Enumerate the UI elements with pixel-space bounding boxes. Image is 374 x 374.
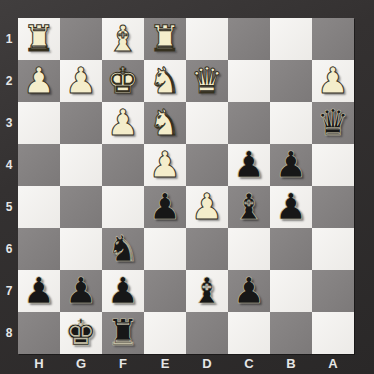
square-c2[interactable]: [228, 60, 270, 102]
black-pawn[interactable]: ♟: [107, 270, 139, 312]
rank-label-7: 7: [0, 270, 18, 312]
rank-label-4: 4: [0, 144, 18, 186]
square-c8[interactable]: [228, 312, 270, 354]
chess-board: ♜♝♜♟♟♚♞♛♟♟♞♛♟♟♟♟♟♝♟♞♟♟♟♝♟♚♜: [18, 18, 354, 354]
file-label-f: F: [102, 354, 144, 374]
square-g7[interactable]: ♟: [60, 270, 102, 312]
file-labels: HGFEDCBA: [18, 354, 354, 374]
square-b1[interactable]: [270, 18, 312, 60]
square-e1[interactable]: ♜: [144, 18, 186, 60]
chess-board-window: 12345678 ♜♝♜♟♟♚♞♛♟♟♞♛♟♟♟♟♟♝♟♞♟♟♟♝♟♚♜ HGF…: [0, 0, 374, 374]
file-label-b: B: [270, 354, 312, 374]
square-h7[interactable]: ♟: [18, 270, 60, 312]
square-a8[interactable]: [312, 312, 354, 354]
white-pawn[interactable]: ♟: [65, 60, 97, 102]
square-b4[interactable]: ♟: [270, 144, 312, 186]
square-b7[interactable]: [270, 270, 312, 312]
white-queen[interactable]: ♛: [191, 60, 223, 102]
white-pawn[interactable]: ♟: [23, 60, 55, 102]
file-label-g: G: [60, 354, 102, 374]
square-h8[interactable]: [18, 312, 60, 354]
white-knight[interactable]: ♞: [149, 60, 181, 102]
black-queen[interactable]: ♛: [317, 102, 349, 144]
black-pawn[interactable]: ♟: [233, 144, 265, 186]
square-a3[interactable]: ♛: [312, 102, 354, 144]
square-g3[interactable]: [60, 102, 102, 144]
rank-label-8: 8: [0, 312, 18, 354]
black-bishop[interactable]: ♝: [233, 186, 265, 228]
square-c3[interactable]: [228, 102, 270, 144]
rank-label-6: 6: [0, 228, 18, 270]
square-e6[interactable]: [144, 228, 186, 270]
square-h2[interactable]: ♟: [18, 60, 60, 102]
square-d1[interactable]: [186, 18, 228, 60]
square-b5[interactable]: ♟: [270, 186, 312, 228]
white-king[interactable]: ♚: [107, 60, 139, 102]
square-f3[interactable]: ♟: [102, 102, 144, 144]
square-g2[interactable]: ♟: [60, 60, 102, 102]
square-d5[interactable]: ♟: [186, 186, 228, 228]
square-b8[interactable]: [270, 312, 312, 354]
square-a6[interactable]: [312, 228, 354, 270]
file-label-c: C: [228, 354, 270, 374]
square-g1[interactable]: [60, 18, 102, 60]
black-pawn[interactable]: ♟: [233, 270, 265, 312]
square-d2[interactable]: ♛: [186, 60, 228, 102]
rank-labels: 12345678: [0, 18, 18, 354]
file-label-h: H: [18, 354, 60, 374]
square-g4[interactable]: [60, 144, 102, 186]
square-h6[interactable]: [18, 228, 60, 270]
square-f2[interactable]: ♚: [102, 60, 144, 102]
black-knight[interactable]: ♞: [107, 228, 139, 270]
black-pawn[interactable]: ♟: [65, 270, 97, 312]
rank-label-1: 1: [0, 18, 18, 60]
square-d8[interactable]: [186, 312, 228, 354]
white-pawn[interactable]: ♟: [191, 186, 223, 228]
square-c6[interactable]: [228, 228, 270, 270]
square-a1[interactable]: [312, 18, 354, 60]
rank-label-2: 2: [0, 60, 18, 102]
square-b2[interactable]: [270, 60, 312, 102]
square-d7[interactable]: ♝: [186, 270, 228, 312]
square-f7[interactable]: ♟: [102, 270, 144, 312]
square-a4[interactable]: [312, 144, 354, 186]
black-rook[interactable]: ♜: [107, 312, 139, 354]
square-e5[interactable]: ♟: [144, 186, 186, 228]
file-label-d: D: [186, 354, 228, 374]
square-a2[interactable]: ♟: [312, 60, 354, 102]
file-label-e: E: [144, 354, 186, 374]
square-b6[interactable]: [270, 228, 312, 270]
square-c1[interactable]: [228, 18, 270, 60]
square-h3[interactable]: [18, 102, 60, 144]
square-f5[interactable]: [102, 186, 144, 228]
square-h4[interactable]: [18, 144, 60, 186]
black-bishop[interactable]: ♝: [191, 270, 223, 312]
white-rook[interactable]: ♜: [149, 18, 181, 60]
black-pawn[interactable]: ♟: [149, 186, 181, 228]
square-a7[interactable]: [312, 270, 354, 312]
square-f1[interactable]: ♝: [102, 18, 144, 60]
white-bishop[interactable]: ♝: [107, 18, 139, 60]
square-h5[interactable]: [18, 186, 60, 228]
square-g6[interactable]: [60, 228, 102, 270]
square-d4[interactable]: [186, 144, 228, 186]
white-pawn[interactable]: ♟: [107, 102, 139, 144]
square-d6[interactable]: [186, 228, 228, 270]
black-pawn[interactable]: ♟: [23, 270, 55, 312]
white-rook[interactable]: ♜: [23, 18, 55, 60]
square-e8[interactable]: [144, 312, 186, 354]
square-d3[interactable]: [186, 102, 228, 144]
white-pawn[interactable]: ♟: [149, 144, 181, 186]
square-b3[interactable]: [270, 102, 312, 144]
square-a5[interactable]: [312, 186, 354, 228]
white-pawn[interactable]: ♟: [317, 60, 349, 102]
square-e3[interactable]: ♞: [144, 102, 186, 144]
black-pawn[interactable]: ♟: [275, 144, 307, 186]
square-f8[interactable]: ♜: [102, 312, 144, 354]
square-e4[interactable]: ♟: [144, 144, 186, 186]
black-king[interactable]: ♚: [65, 312, 97, 354]
square-e2[interactable]: ♞: [144, 60, 186, 102]
square-c4[interactable]: ♟: [228, 144, 270, 186]
square-c5[interactable]: ♝: [228, 186, 270, 228]
square-f6[interactable]: ♞: [102, 228, 144, 270]
square-g5[interactable]: [60, 186, 102, 228]
square-g8[interactable]: ♚: [60, 312, 102, 354]
file-label-a: A: [312, 354, 354, 374]
square-h1[interactable]: ♜: [18, 18, 60, 60]
square-e7[interactable]: [144, 270, 186, 312]
black-pawn[interactable]: ♟: [275, 186, 307, 228]
rank-label-3: 3: [0, 102, 18, 144]
rank-label-5: 5: [0, 186, 18, 228]
white-knight[interactable]: ♞: [149, 102, 181, 144]
square-f4[interactable]: [102, 144, 144, 186]
square-c7[interactable]: ♟: [228, 270, 270, 312]
